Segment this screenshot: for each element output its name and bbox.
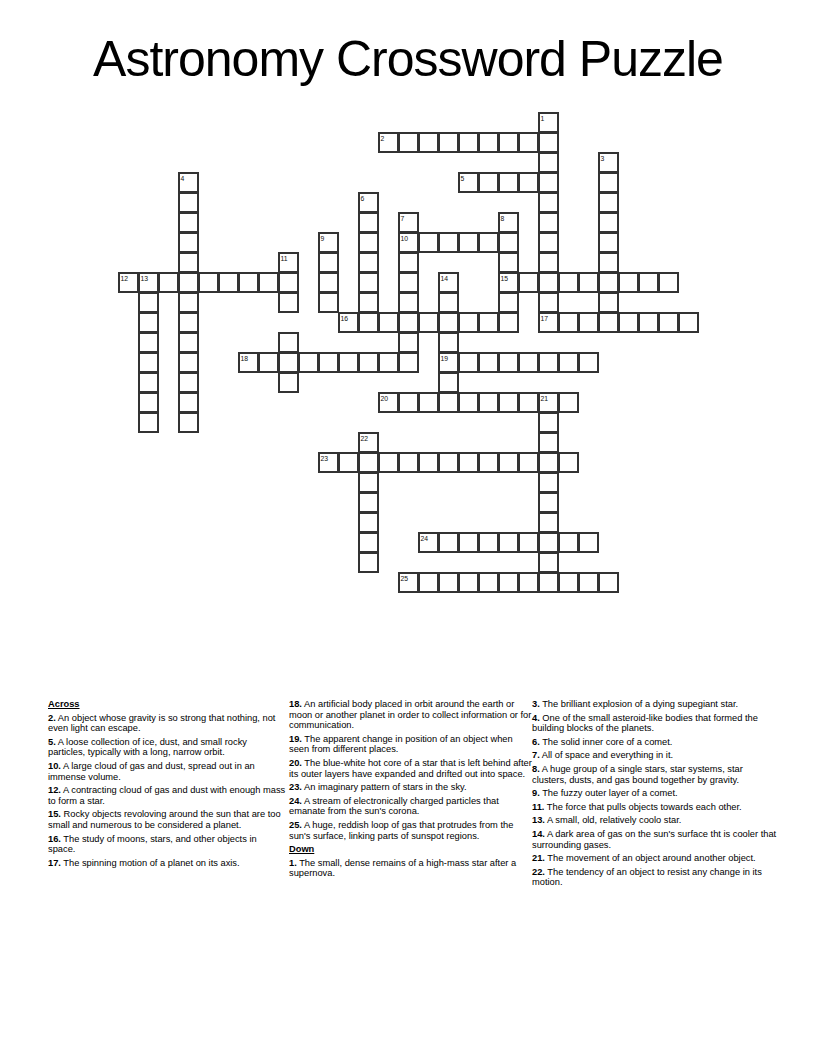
grid-cell-r12c7[interactable] xyxy=(258,352,279,373)
grid-cell-r5c21[interactable] xyxy=(538,212,559,233)
grid-cell-r10c25[interactable] xyxy=(618,312,639,333)
grid-cell-r1c14[interactable] xyxy=(398,132,419,153)
grid-cell-r4c21[interactable] xyxy=(538,192,559,213)
grid-cell-r9c10[interactable] xyxy=(318,292,339,313)
grid-cell-r14c19[interactable] xyxy=(498,392,519,413)
grid-cell-r4c3[interactable] xyxy=(178,192,199,213)
clue-across-17: 17. The spinning motion of a planet on i… xyxy=(48,858,286,869)
grid-cell-r23c15[interactable] xyxy=(418,572,439,593)
grid-cell-r8c2[interactable] xyxy=(158,272,179,293)
grid-cell-r17c17[interactable] xyxy=(458,452,479,473)
grid-cell-r12c18[interactable] xyxy=(478,352,499,373)
grid-cell-r10c13[interactable] xyxy=(378,312,399,333)
grid-cell-r10c21[interactable] xyxy=(538,312,559,333)
grid-cell-r12c1[interactable] xyxy=(138,352,159,373)
grid-cell-r12c6[interactable] xyxy=(238,352,259,373)
grid-cell-r10c28[interactable] xyxy=(678,312,699,333)
grid-cell-r14c14[interactable] xyxy=(398,392,419,413)
clue-number-label: 3. xyxy=(532,699,540,709)
grid-cell-r6c12[interactable] xyxy=(358,232,379,253)
grid-cell-r10c15[interactable] xyxy=(418,312,439,333)
grid-cell-r23c24[interactable] xyxy=(598,572,619,593)
grid-cell-r9c8[interactable] xyxy=(278,292,299,313)
grid-cell-r14c17[interactable] xyxy=(458,392,479,413)
grid-cell-r23c19[interactable] xyxy=(498,572,519,593)
grid-cell-r8c0[interactable] xyxy=(118,272,139,293)
grid-cell-r21c19[interactable] xyxy=(498,532,519,553)
grid-cell-r17c15[interactable] xyxy=(418,452,439,473)
grid-cell-r10c3[interactable] xyxy=(178,312,199,333)
clue-number-label: 12. xyxy=(48,785,61,795)
grid-cell-r1c16[interactable] xyxy=(438,132,459,153)
grid-cell-r14c21[interactable] xyxy=(538,392,559,413)
grid-cell-r1c19[interactable] xyxy=(498,132,519,153)
grid-cell-r21c16[interactable] xyxy=(438,532,459,553)
clue-across-23: 23. An imaginary pattern of stars in the… xyxy=(289,782,533,793)
grid-cell-r13c16[interactable] xyxy=(438,372,459,393)
clue-number-label: 2. xyxy=(48,713,56,723)
grid-cell-r6c3[interactable] xyxy=(178,232,199,253)
grid-cell-r9c21[interactable] xyxy=(538,292,559,313)
grid-cell-r1c18[interactable] xyxy=(478,132,499,153)
grid-cell-r17c20[interactable] xyxy=(518,452,539,473)
grid-cell-r8c26[interactable] xyxy=(638,272,659,293)
grid-cell-r6c21[interactable] xyxy=(538,232,559,253)
grid-cell-r8c6[interactable] xyxy=(238,272,259,293)
grid-cell-r1c13[interactable] xyxy=(378,132,399,153)
grid-cell-r23c14[interactable] xyxy=(398,572,419,593)
grid-cell-r6c16[interactable] xyxy=(438,232,459,253)
clue-number-label: 11. xyxy=(532,802,544,812)
grid-cell-r5c24[interactable] xyxy=(598,212,619,233)
grid-cell-r3c19[interactable] xyxy=(498,172,519,193)
grid-cell-r14c15[interactable] xyxy=(418,392,439,413)
grid-cell-r12c11[interactable] xyxy=(338,352,359,373)
grid-cell-r2c21[interactable] xyxy=(538,152,559,173)
grid-cell-r3c21[interactable] xyxy=(538,172,559,193)
grid-cell-r5c3[interactable] xyxy=(178,212,199,233)
grid-cell-r15c1[interactable] xyxy=(138,412,159,433)
down-header: Down xyxy=(289,844,533,855)
clue-down-9: 9. The fuzzy outer layer of a comet. xyxy=(532,788,780,799)
grid-cell-r7c14[interactable] xyxy=(398,252,419,273)
grid-cell-r12c10[interactable] xyxy=(318,352,339,373)
grid-cell-r8c7[interactable] xyxy=(258,272,279,293)
grid-cell-r5c19[interactable] xyxy=(498,212,519,233)
grid-cell-r6c10[interactable] xyxy=(318,232,339,253)
clue-column-1: Across2. An object whose gravity is so s… xyxy=(48,699,286,871)
grid-cell-r15c3[interactable] xyxy=(178,412,199,433)
grid-cell-r8c19[interactable] xyxy=(498,272,519,293)
clue-across-19: 19. The apparent change in position of a… xyxy=(289,734,533,755)
grid-cell-r8c12[interactable] xyxy=(358,272,379,293)
clue-number-label: 7. xyxy=(532,750,540,760)
grid-cell-r8c3[interactable] xyxy=(178,272,199,293)
grid-cell-r3c17[interactable] xyxy=(458,172,479,193)
clue-number-label: 13. xyxy=(532,815,545,825)
clue-number-label: 14. xyxy=(532,829,545,839)
grid-cell-r17c14[interactable] xyxy=(398,452,419,473)
grid-cell-r9c12[interactable] xyxy=(358,292,379,313)
clue-number-label: 20. xyxy=(289,758,302,768)
grid-cell-r10c11[interactable] xyxy=(338,312,359,333)
clue-down-7: 7. All of space and everything in it. xyxy=(532,750,780,761)
grid-cell-r12c23[interactable] xyxy=(578,352,599,373)
clue-number-label: 9. xyxy=(532,788,540,798)
grid-cell-r8c22[interactable] xyxy=(558,272,579,293)
grid-cell-r4c12[interactable] xyxy=(358,192,379,213)
clue-number-label: 19. xyxy=(289,734,302,744)
grid-cell-r17c13[interactable] xyxy=(378,452,399,473)
grid-cell-r6c24[interactable] xyxy=(598,232,619,253)
grid-cell-r11c8[interactable] xyxy=(278,332,299,353)
grid-cell-r1c17[interactable] xyxy=(458,132,479,153)
clue-number-label: 5. xyxy=(48,737,56,747)
grid-cell-r17c18[interactable] xyxy=(478,452,499,473)
grid-cell-r14c16[interactable] xyxy=(438,392,459,413)
grid-cell-r17c12[interactable] xyxy=(358,452,379,473)
grid-cell-r6c14[interactable] xyxy=(398,232,419,253)
grid-cell-r21c12[interactable] xyxy=(358,532,379,553)
grid-cell-r1c20[interactable] xyxy=(518,132,539,153)
grid-cell-r17c22[interactable] xyxy=(558,452,579,473)
across-header: Across xyxy=(48,699,286,710)
grid-cell-r7c21[interactable] xyxy=(538,252,559,273)
grid-cell-r4c24[interactable] xyxy=(598,192,619,213)
grid-cell-r6c18[interactable] xyxy=(478,232,499,253)
grid-cell-r17c11[interactable] xyxy=(338,452,359,473)
clue-number-label: 10. xyxy=(48,761,61,771)
grid-cell-r10c1[interactable] xyxy=(138,312,159,333)
clue-down-22: 22. The tendency of an object to resist … xyxy=(532,867,780,888)
grid-cell-r6c19[interactable] xyxy=(498,232,519,253)
grid-cell-r2c24[interactable] xyxy=(598,152,619,173)
grid-cell-r21c18[interactable] xyxy=(478,532,499,553)
clue-column-2: 18. An artificial body placed in orbit a… xyxy=(289,699,533,882)
grid-cell-r14c18[interactable] xyxy=(478,392,499,413)
grid-cell-r12c8[interactable] xyxy=(278,352,299,373)
grid-cell-r11c1[interactable] xyxy=(138,332,159,353)
grid-cell-r7c3[interactable] xyxy=(178,252,199,273)
grid-cell-r3c20[interactable] xyxy=(518,172,539,193)
clue-number-label: 1. xyxy=(289,858,297,868)
grid-cell-r23c23[interactable] xyxy=(578,572,599,593)
grid-cell-r3c18[interactable] xyxy=(478,172,499,193)
page-title: Astronomy Crossword Puzzle xyxy=(0,30,816,88)
grid-cell-r9c24[interactable] xyxy=(598,292,619,313)
grid-cell-r10c23[interactable] xyxy=(578,312,599,333)
clue-across-20: 20. The blue-white hot core of a star th… xyxy=(289,758,533,779)
clue-across-25: 25. A huge, reddish loop of gas that pro… xyxy=(289,820,533,841)
grid-cell-r8c5[interactable] xyxy=(218,272,239,293)
grid-cell-r17c16[interactable] xyxy=(438,452,459,473)
grid-cell-r14c3[interactable] xyxy=(178,392,199,413)
clue-down-3: 3. The brilliant explosion of a dying su… xyxy=(532,699,780,710)
grid-cell-r21c23[interactable] xyxy=(578,532,599,553)
clue-down-1: 1. The small, dense remains of a high-ma… xyxy=(289,858,533,879)
grid-cell-r7c12[interactable] xyxy=(358,252,379,273)
grid-cell-r18c12[interactable] xyxy=(358,472,379,493)
grid-cell-r19c21[interactable] xyxy=(538,492,559,513)
clue-number-label: 17. xyxy=(48,858,61,868)
grid-cell-r17c21[interactable] xyxy=(538,452,559,473)
clue-across-16: 16. The study of moons, stars, and other… xyxy=(48,834,286,855)
grid-cell-r6c17[interactable] xyxy=(458,232,479,253)
grid-cell-r23c21[interactable] xyxy=(538,572,559,593)
grid-cell-r7c19[interactable] xyxy=(498,252,519,273)
grid-cell-r15c21[interactable] xyxy=(538,412,559,433)
clue-number-label: 21. xyxy=(532,853,545,863)
grid-cell-r12c13[interactable] xyxy=(378,352,399,373)
grid-cell-r17c19[interactable] xyxy=(498,452,519,473)
clue-column-3: 3. The brilliant explosion of a dying su… xyxy=(532,699,780,891)
grid-cell-r22c12[interactable] xyxy=(358,552,379,573)
grid-cell-r8c23[interactable] xyxy=(578,272,599,293)
grid-cell-r10c17[interactable] xyxy=(458,312,479,333)
grid-cell-r12c20[interactable] xyxy=(518,352,539,373)
clue-down-11: 11. The force that pulls objects towards… xyxy=(532,802,780,813)
crossword-grid: 1234567891011121314151617181920212223242… xyxy=(118,112,699,593)
grid-cell-r12c9[interactable] xyxy=(298,352,319,373)
clue-across-5: 5. A loose collection of ice, dust, and … xyxy=(48,737,286,758)
grid-cell-r0c21[interactable] xyxy=(538,112,559,133)
grid-cell-r10c19[interactable] xyxy=(498,312,519,333)
clue-across-15: 15. Rocky objects revoloving around the … xyxy=(48,809,286,830)
grid-cell-r16c12[interactable] xyxy=(358,432,379,453)
grid-cell-r10c24[interactable] xyxy=(598,312,619,333)
grid-cell-r8c4[interactable] xyxy=(198,272,219,293)
clue-number-label: 22. xyxy=(532,867,545,877)
grid-cell-r5c14[interactable] xyxy=(398,212,419,233)
grid-cell-r10c12[interactable] xyxy=(358,312,379,333)
grid-cell-r19c12[interactable] xyxy=(358,492,379,513)
clue-number-label: 4. xyxy=(532,713,540,723)
grid-cell-r9c16[interactable] xyxy=(438,292,459,313)
grid-cell-r10c16[interactable] xyxy=(438,312,459,333)
grid-cell-r8c16[interactable] xyxy=(438,272,459,293)
clue-down-13: 13. A small, old, relatively coolo star. xyxy=(532,815,780,826)
grid-cell-r16c21[interactable] xyxy=(538,432,559,453)
grid-cell-r6c15[interactable] xyxy=(418,232,439,253)
grid-cell-r10c18[interactable] xyxy=(478,312,499,333)
grid-cell-r1c15[interactable] xyxy=(418,132,439,153)
grid-cell-r9c14[interactable] xyxy=(398,292,419,313)
grid-cell-r12c19[interactable] xyxy=(498,352,519,373)
grid-cell-r11c16[interactable] xyxy=(438,332,459,353)
grid-cell-r12c22[interactable] xyxy=(558,352,579,373)
grid-cell-r14c20[interactable] xyxy=(518,392,539,413)
clue-number-label: 15. xyxy=(48,809,61,819)
grid-cell-r21c17[interactable] xyxy=(458,532,479,553)
grid-cell-r14c22[interactable] xyxy=(558,392,579,413)
clue-down-4: 4. One of the small asteroid-like bodies… xyxy=(532,713,780,734)
grid-cell-r8c27[interactable] xyxy=(658,272,679,293)
clue-number-label: 18. xyxy=(289,699,302,709)
grid-cell-r21c15[interactable] xyxy=(418,532,439,553)
grid-cell-r3c24[interactable] xyxy=(598,172,619,193)
grid-cell-r8c8[interactable] xyxy=(278,272,299,293)
grid-cell-r21c22[interactable] xyxy=(558,532,579,553)
grid-cell-r11c3[interactable] xyxy=(178,332,199,353)
clue-number-label: 24. xyxy=(289,796,302,806)
grid-cell-r8c24[interactable] xyxy=(598,272,619,293)
clue-down-21: 21. The movement of an object around ano… xyxy=(532,853,780,864)
clue-number-label: 23. xyxy=(289,782,302,792)
grid-cell-r18c21[interactable] xyxy=(538,472,559,493)
grid-cell-r7c8[interactable] xyxy=(278,252,299,273)
grid-cell-r20c12[interactable] xyxy=(358,512,379,533)
grid-cell-r21c20[interactable] xyxy=(518,532,539,553)
grid-cell-r13c8[interactable] xyxy=(278,372,299,393)
clue-down-6: 6. The solid inner core of a comet. xyxy=(532,737,780,748)
grid-cell-r10c14[interactable] xyxy=(398,312,419,333)
grid-cell-r7c24[interactable] xyxy=(598,252,619,273)
grid-cell-r8c1[interactable] xyxy=(138,272,159,293)
clue-number-label: 16. xyxy=(48,834,61,844)
grid-cell-r12c21[interactable] xyxy=(538,352,559,373)
grid-cell-r13c1[interactable] xyxy=(138,372,159,393)
grid-cell-r8c21[interactable] xyxy=(538,272,559,293)
grid-cell-r3c3[interactable] xyxy=(178,172,199,193)
grid-cell-r14c13[interactable] xyxy=(378,392,399,413)
grid-cell-r8c25[interactable] xyxy=(618,272,639,293)
clue-down-8: 8. A huge group of a single stars, star … xyxy=(532,764,780,785)
clue-across-12: 12. A contracting cloud of gas and dust … xyxy=(48,785,286,806)
grid-cell-r10c27[interactable] xyxy=(658,312,679,333)
grid-cell-r5c12[interactable] xyxy=(358,212,379,233)
grid-cell-r8c10[interactable] xyxy=(318,272,339,293)
grid-cell-r13c3[interactable] xyxy=(178,372,199,393)
grid-cell-r9c19[interactable] xyxy=(498,292,519,313)
grid-cell-r10c22[interactable] xyxy=(558,312,579,333)
clue-across-24: 24. A stream of electronically charged p… xyxy=(289,796,533,817)
grid-cell-r21c21[interactable] xyxy=(538,532,559,553)
grid-cell-r12c16[interactable] xyxy=(438,352,459,373)
grid-cell-r9c3[interactable] xyxy=(178,292,199,313)
grid-cell-r12c3[interactable] xyxy=(178,352,199,373)
grid-cell-r14c1[interactable] xyxy=(138,392,159,413)
grid-cell-r23c22[interactable] xyxy=(558,572,579,593)
grid-cell-r8c20[interactable] xyxy=(518,272,539,293)
grid-cell-r22c21[interactable] xyxy=(538,552,559,573)
grid-cell-r1c21[interactable] xyxy=(538,132,559,153)
clue-number-label: 8. xyxy=(532,764,540,774)
grid-cell-r17c10[interactable] xyxy=(318,452,339,473)
grid-cell-r12c12[interactable] xyxy=(358,352,379,373)
grid-cell-r8c14[interactable] xyxy=(398,272,419,293)
grid-cell-r23c18[interactable] xyxy=(478,572,499,593)
clue-number-label: 25. xyxy=(289,820,302,830)
clue-across-10: 10. A large cloud of gas and dust, sprea… xyxy=(48,761,286,782)
grid-cell-r12c17[interactable] xyxy=(458,352,479,373)
grid-cell-r9c1[interactable] xyxy=(138,292,159,313)
grid-cell-r11c14[interactable] xyxy=(398,332,419,353)
grid-cell-r20c21[interactable] xyxy=(538,512,559,533)
clue-down-14: 14. A dark area of gas on the sun's surf… xyxy=(532,829,780,850)
grid-cell-r12c14[interactable] xyxy=(398,352,419,373)
clue-across-2: 2. An object whose gravity is so strong … xyxy=(48,713,286,734)
grid-cell-r7c10[interactable] xyxy=(318,252,339,273)
grid-cell-r23c16[interactable] xyxy=(438,572,459,593)
clue-across-18: 18. An artificial body placed in orbit a… xyxy=(289,699,533,731)
grid-cell-r23c20[interactable] xyxy=(518,572,539,593)
grid-cell-r10c26[interactable] xyxy=(638,312,659,333)
clue-number-label: 6. xyxy=(532,737,540,747)
grid-cell-r23c17[interactable] xyxy=(458,572,479,593)
